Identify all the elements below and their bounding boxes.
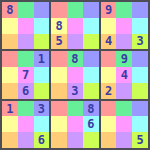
block-2-2: 83	[51, 51, 98, 98]
cell-r3c8[interactable]	[116, 34, 132, 50]
cell-r7c4[interactable]	[51, 101, 67, 117]
cell-r6c4[interactable]	[51, 83, 67, 99]
cell-r6c2[interactable]: 6	[18, 83, 34, 99]
cell-r8c3[interactable]	[34, 116, 50, 132]
cell-r2c1[interactable]	[2, 18, 18, 34]
cell-r5c4[interactable]	[51, 67, 67, 83]
cell-r6c7[interactable]: 2	[101, 83, 117, 99]
cell-r9c3[interactable]: 6	[34, 132, 50, 148]
block-1-1: 8	[2, 2, 49, 49]
cell-r2c9[interactable]	[132, 18, 148, 34]
cell-r2c2[interactable]	[18, 18, 34, 34]
cell-r3c1[interactable]	[2, 34, 18, 50]
cell-r9c8[interactable]	[116, 132, 132, 148]
cell-r3c4[interactable]: 5	[51, 34, 67, 50]
cell-r8c1[interactable]	[2, 116, 18, 132]
cell-r2c7[interactable]	[101, 18, 117, 34]
cell-r3c3[interactable]	[34, 34, 50, 50]
cell-r1c9[interactable]	[132, 2, 148, 18]
cell-r1c1[interactable]: 8	[2, 2, 18, 18]
block-3-3: 5	[101, 101, 148, 148]
cell-r3c9[interactable]: 3	[132, 34, 148, 50]
cell-r4c7[interactable]	[101, 51, 117, 67]
cell-r9c7[interactable]	[101, 132, 117, 148]
cell-r1c5[interactable]	[67, 2, 83, 18]
cell-r7c9[interactable]	[132, 101, 148, 117]
cell-r1c6[interactable]	[83, 2, 99, 18]
cell-r8c2[interactable]	[18, 116, 34, 132]
cell-r6c1[interactable]	[2, 83, 18, 99]
block-3-1: 136	[2, 101, 49, 148]
cell-r2c4[interactable]: 8	[51, 18, 67, 34]
cell-r7c3[interactable]: 3	[34, 101, 50, 117]
cell-r8c8[interactable]	[116, 116, 132, 132]
cell-r7c7[interactable]	[101, 101, 117, 117]
cell-r3c7[interactable]: 4	[101, 34, 117, 50]
cell-r4c2[interactable]	[18, 51, 34, 67]
cell-r9c1[interactable]	[2, 132, 18, 148]
cell-r4c5[interactable]: 8	[67, 51, 83, 67]
cell-r2c3[interactable]	[34, 18, 50, 34]
cell-r5c2[interactable]: 7	[18, 67, 34, 83]
cell-r8c6[interactable]: 6	[83, 116, 99, 132]
cell-r7c1[interactable]: 1	[2, 101, 18, 117]
sudoku-board: 88594317683942136865	[0, 0, 150, 150]
block-2-1: 176	[2, 51, 49, 98]
cell-r4c6[interactable]	[83, 51, 99, 67]
cell-r7c6[interactable]: 8	[83, 101, 99, 117]
cell-r2c5[interactable]	[67, 18, 83, 34]
cell-r9c4[interactable]	[51, 132, 67, 148]
cell-r8c4[interactable]	[51, 116, 67, 132]
block-1-2: 85	[51, 2, 98, 49]
cell-r5c6[interactable]	[83, 67, 99, 83]
cell-r9c9[interactable]: 5	[132, 132, 148, 148]
block-3-2: 86	[51, 101, 98, 148]
cell-r8c5[interactable]	[67, 116, 83, 132]
cell-r5c5[interactable]	[67, 67, 83, 83]
cell-r7c5[interactable]	[67, 101, 83, 117]
cell-r6c6[interactable]	[83, 83, 99, 99]
cell-r6c9[interactable]	[132, 83, 148, 99]
cell-r3c2[interactable]	[18, 34, 34, 50]
cell-r5c9[interactable]	[132, 67, 148, 83]
cell-r6c3[interactable]	[34, 83, 50, 99]
cell-r4c1[interactable]	[2, 51, 18, 67]
cell-r2c6[interactable]	[83, 18, 99, 34]
cell-r2c8[interactable]	[116, 18, 132, 34]
cell-r5c3[interactable]	[34, 67, 50, 83]
cell-r6c5[interactable]: 3	[67, 83, 83, 99]
cell-r3c6[interactable]	[83, 34, 99, 50]
cell-r8c7[interactable]	[101, 116, 117, 132]
cell-r6c8[interactable]	[116, 83, 132, 99]
cell-r7c8[interactable]	[116, 101, 132, 117]
cell-r4c3[interactable]: 1	[34, 51, 50, 67]
block-2-3: 942	[101, 51, 148, 98]
block-1-3: 943	[101, 2, 148, 49]
cell-r9c2[interactable]	[18, 132, 34, 148]
cell-r8c9[interactable]	[132, 116, 148, 132]
cell-r9c5[interactable]	[67, 132, 83, 148]
cell-r5c1[interactable]	[2, 67, 18, 83]
cell-r1c3[interactable]	[34, 2, 50, 18]
cell-r4c8[interactable]: 9	[116, 51, 132, 67]
cell-r1c4[interactable]	[51, 2, 67, 18]
cell-r7c2[interactable]	[18, 101, 34, 117]
cell-r1c2[interactable]	[18, 2, 34, 18]
cell-r4c4[interactable]	[51, 51, 67, 67]
cell-r3c5[interactable]	[67, 34, 83, 50]
cell-r1c8[interactable]	[116, 2, 132, 18]
cell-r5c7[interactable]	[101, 67, 117, 83]
cell-r1c7[interactable]: 9	[101, 2, 117, 18]
cell-r5c8[interactable]: 4	[116, 67, 132, 83]
cell-r4c9[interactable]	[132, 51, 148, 67]
cell-r9c6[interactable]	[83, 132, 99, 148]
